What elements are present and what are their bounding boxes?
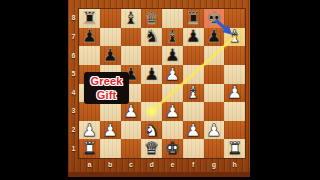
square-a1[interactable]: ♜: [79, 139, 100, 158]
square-f5[interactable]: [183, 65, 204, 84]
square-b8[interactable]: [100, 9, 121, 28]
square-e1[interactable]: ♚: [162, 139, 183, 158]
square-b3[interactable]: [100, 102, 121, 121]
square-h5[interactable]: [224, 65, 245, 84]
black-rook: ♜: [79, 9, 100, 28]
square-d4[interactable]: [141, 84, 162, 103]
square-f6[interactable]: [183, 46, 204, 65]
square-g2[interactable]: ♟: [204, 121, 225, 140]
rank-label-4: 4: [68, 89, 79, 96]
white-pawn: ♟: [121, 102, 142, 121]
black-pawn: ♟: [204, 28, 225, 47]
square-g8[interactable]: ♚: [204, 9, 225, 28]
rank-label-2: 2: [68, 126, 79, 133]
square-c7[interactable]: [121, 28, 142, 47]
white-knight: ♞: [141, 121, 162, 140]
square-g4[interactable]: [204, 84, 225, 103]
rank-label-5: 5: [68, 70, 79, 77]
square-h2[interactable]: [224, 121, 245, 140]
black-pawn: ♟: [100, 46, 121, 65]
file-label-g: g: [208, 161, 220, 168]
black-knight: ♞: [141, 28, 162, 47]
white-pawn: ♟: [162, 65, 183, 84]
white-pawn: ♟: [204, 121, 225, 140]
white-rook: ♜: [224, 139, 245, 158]
square-h7[interactable]: ♝: [224, 28, 245, 47]
white-pawn: ♟: [224, 84, 245, 103]
square-h3[interactable]: [224, 102, 245, 121]
rank-label-6: 6: [68, 52, 79, 59]
square-h4[interactable]: ♟: [224, 84, 245, 103]
black-pawn: ♟: [183, 28, 204, 47]
square-c6[interactable]: [121, 46, 142, 65]
white-pawn: ♟: [79, 121, 100, 140]
square-f8[interactable]: ♜: [183, 9, 204, 28]
square-e4[interactable]: [162, 84, 183, 103]
square-b1[interactable]: [100, 139, 121, 158]
square-e8[interactable]: [162, 9, 183, 28]
square-g5[interactable]: [204, 65, 225, 84]
square-f2[interactable]: ♟: [183, 121, 204, 140]
square-e6[interactable]: ♟: [162, 46, 183, 65]
square-a8[interactable]: ♜: [79, 9, 100, 28]
black-queen: ♛: [141, 9, 162, 28]
white-pawn: ♟: [100, 121, 121, 140]
square-g1[interactable]: [204, 139, 225, 158]
square-e5[interactable]: ♟: [162, 65, 183, 84]
black-rook: ♜: [183, 9, 204, 28]
black-king: ♚: [204, 9, 225, 28]
square-d6[interactable]: [141, 46, 162, 65]
greek-gift-line1: Greek: [90, 74, 122, 88]
file-label-c: c: [125, 161, 137, 168]
white-king: ♚: [162, 139, 183, 158]
file-label-e: e: [166, 161, 178, 168]
square-d7[interactable]: ♞: [141, 28, 162, 47]
square-a7[interactable]: ♟: [79, 28, 100, 47]
square-c3[interactable]: ♟: [121, 102, 142, 121]
square-f7[interactable]: ♟: [183, 28, 204, 47]
rank-label-7: 7: [68, 33, 79, 40]
square-h6[interactable]: [224, 46, 245, 65]
square-e7[interactable]: ♝: [162, 28, 183, 47]
file-label-h: h: [229, 161, 241, 168]
chess-board: ♜♝♛♜♚♟♞♝♟♟♝♟♟♟♟♟♝♟♟♟♟♟♞♟♟♜♛♚♜ 12345678ab…: [68, 0, 250, 177]
square-h8[interactable]: [224, 9, 245, 28]
square-b6[interactable]: ♟: [100, 46, 121, 65]
square-c2[interactable]: [121, 121, 142, 140]
white-pawn: ♟: [183, 121, 204, 140]
rank-label-3: 3: [68, 107, 79, 114]
file-label-d: d: [146, 161, 158, 168]
black-pawn: ♟: [162, 46, 183, 65]
black-pawn: ♟: [79, 28, 100, 47]
square-a3[interactable]: [79, 102, 100, 121]
square-c1[interactable]: [121, 139, 142, 158]
square-d5[interactable]: ♟: [141, 65, 162, 84]
square-c8[interactable]: ♝: [121, 9, 142, 28]
file-label-b: b: [104, 161, 116, 168]
square-a6[interactable]: [79, 46, 100, 65]
black-pawn: ♟: [141, 65, 162, 84]
square-a2[interactable]: ♟: [79, 121, 100, 140]
square-b2[interactable]: ♟: [100, 121, 121, 140]
black-bishop: ♝: [162, 28, 183, 47]
file-label-f: f: [187, 161, 199, 168]
greek-gift-line2: Gift: [97, 88, 117, 102]
file-label-a: a: [83, 161, 95, 168]
square-h1[interactable]: ♜: [224, 139, 245, 158]
square-f4[interactable]: ♝: [183, 84, 204, 103]
square-d1[interactable]: ♛: [141, 139, 162, 158]
square-e3[interactable]: ♟: [162, 102, 183, 121]
square-g6[interactable]: [204, 46, 225, 65]
square-f1[interactable]: [183, 139, 204, 158]
white-queen: ♛: [141, 139, 162, 158]
square-e2[interactable]: [162, 121, 183, 140]
white-bishop: ♝: [224, 28, 245, 47]
white-rook: ♜: [79, 139, 100, 158]
video-frame: ♜♝♛♜♚♟♞♝♟♟♝♟♟♟♟♟♝♟♟♟♟♟♞♟♟♜♛♚♜ 12345678ab…: [0, 0, 320, 180]
rank-label-1: 1: [68, 145, 79, 152]
square-b7[interactable]: [100, 28, 121, 47]
square-d2[interactable]: ♞: [141, 121, 162, 140]
rank-label-8: 8: [68, 14, 79, 21]
white-bishop: ♝: [183, 84, 204, 103]
greek-gift-label: Greek Gift: [84, 72, 129, 104]
square-g7[interactable]: ♟: [204, 28, 225, 47]
square-d8[interactable]: ♛: [141, 9, 162, 28]
white-pawn: ♟: [162, 102, 183, 121]
square-f3[interactable]: [183, 102, 204, 121]
square-g3[interactable]: [204, 102, 225, 121]
black-bishop: ♝: [121, 9, 142, 28]
square-d3[interactable]: [141, 102, 162, 121]
